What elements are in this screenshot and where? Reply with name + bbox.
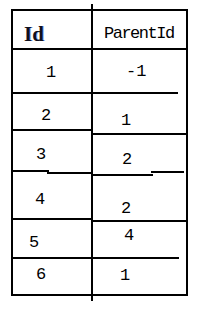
row-line-3-right-b	[151, 171, 184, 173]
column-header-id: Id	[24, 24, 44, 45]
row-line-4-left	[11, 218, 93, 220]
border-left	[11, 9, 13, 296]
parent-child-table: Id ParentId 1 -1 2 1 3 2 4 2 5 4 6 1	[0, 0, 201, 311]
cell-parentid-row5: 4	[124, 227, 134, 244]
row-line-1-right	[91, 92, 178, 94]
cell-parentid-row1: -1	[126, 63, 146, 80]
row-line-2-right	[91, 133, 188, 135]
cell-id-row5: 5	[29, 234, 39, 251]
column-header-parentid: ParentId	[104, 25, 174, 42]
header-separator	[11, 48, 188, 50]
cell-parentid-row6: 1	[120, 267, 130, 284]
row-line-2-left	[11, 129, 93, 131]
row-line-5-right	[91, 257, 179, 259]
cell-id-row4: 4	[35, 191, 45, 208]
border-right	[186, 9, 188, 296]
row-line-5-left	[11, 257, 93, 259]
cell-id-row3: 3	[36, 146, 46, 163]
border-bottom	[11, 294, 188, 296]
cell-id-row1: 1	[46, 64, 56, 81]
row-line-4-right	[93, 220, 188, 222]
cell-parentid-row4: 2	[121, 200, 131, 217]
row-line-1-left	[11, 92, 93, 94]
cell-parentid-row2: 1	[121, 112, 131, 129]
cell-id-row6: 6	[36, 266, 46, 283]
cell-parentid-row3: 2	[122, 151, 132, 168]
border-top	[11, 9, 188, 11]
cell-id-row2: 2	[41, 107, 51, 124]
row-line-3-left-a	[11, 170, 49, 172]
row-line-3-right-a	[91, 174, 153, 176]
row-line-3-left-b	[47, 172, 93, 174]
